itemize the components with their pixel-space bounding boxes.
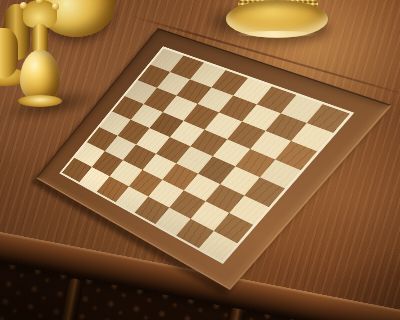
- brass-chess-pieces-group: [0, 0, 140, 135]
- crown-bead: [20, 2, 27, 9]
- carved-baluster: [56, 277, 84, 320]
- brass-piece-base-rim: [18, 95, 62, 107]
- product-photo-scene: [0, 0, 400, 320]
- brass-lamp-base: [218, 0, 342, 48]
- crown-bead: [36, 0, 43, 4]
- crown-bead: [52, 3, 59, 10]
- brass-piece-left: [0, 28, 18, 78]
- lamp-flared-foot: [226, 0, 328, 38]
